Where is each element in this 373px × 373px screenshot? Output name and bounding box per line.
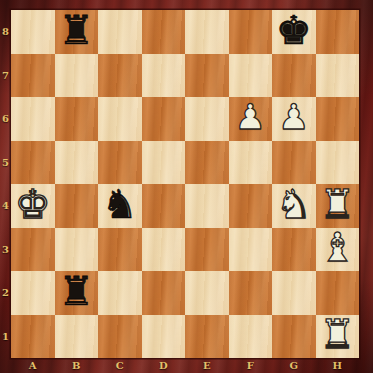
square-h5[interactable] <box>316 141 360 185</box>
square-g1[interactable] <box>272 315 316 359</box>
black-king[interactable]: ♚ <box>276 10 312 50</box>
square-f2[interactable] <box>229 271 273 315</box>
black-knight[interactable]: ♞ <box>102 184 138 224</box>
square-h3[interactable]: ♝ <box>316 228 360 272</box>
square-b2[interactable]: ♜ <box>55 271 99 315</box>
rank-coordinates: 87654321 <box>0 10 11 358</box>
square-g4[interactable]: ♞ <box>272 184 316 228</box>
square-a5[interactable] <box>11 141 55 185</box>
white-king[interactable]: ♚ <box>15 184 51 224</box>
square-c3[interactable] <box>98 228 142 272</box>
chess-board-frame: 87654321 ♜♚♟♟♚♞♞♜♝♜♜ ABCDEFGH <box>0 0 373 373</box>
square-e3[interactable] <box>185 228 229 272</box>
square-d3[interactable] <box>142 228 186 272</box>
square-c8[interactable] <box>98 10 142 54</box>
square-h1[interactable]: ♜ <box>316 315 360 359</box>
square-a1[interactable] <box>11 315 55 359</box>
square-b4[interactable] <box>55 184 99 228</box>
rank-label-1: 1 <box>0 315 11 359</box>
rank-label-7: 7 <box>0 54 11 98</box>
square-c2[interactable] <box>98 271 142 315</box>
file-label-f: F <box>229 358 273 373</box>
square-f5[interactable] <box>229 141 273 185</box>
square-d4[interactable] <box>142 184 186 228</box>
square-b3[interactable] <box>55 228 99 272</box>
white-bishop[interactable]: ♝ <box>319 228 355 268</box>
square-f4[interactable] <box>229 184 273 228</box>
square-b8[interactable]: ♜ <box>55 10 99 54</box>
square-f8[interactable] <box>229 10 273 54</box>
square-g7[interactable] <box>272 54 316 98</box>
square-d1[interactable] <box>142 315 186 359</box>
square-a8[interactable] <box>11 10 55 54</box>
square-g6[interactable]: ♟ <box>272 97 316 141</box>
chess-board: ♜♚♟♟♚♞♞♜♝♜♜ <box>11 10 359 358</box>
square-f7[interactable] <box>229 54 273 98</box>
square-e4[interactable] <box>185 184 229 228</box>
square-h2[interactable] <box>316 271 360 315</box>
square-b6[interactable] <box>55 97 99 141</box>
file-label-d: D <box>142 358 186 373</box>
square-a4[interactable]: ♚ <box>11 184 55 228</box>
square-e6[interactable] <box>185 97 229 141</box>
white-rook[interactable]: ♜ <box>319 184 355 224</box>
rank-label-3: 3 <box>0 228 11 272</box>
file-label-e: E <box>185 358 229 373</box>
square-e5[interactable] <box>185 141 229 185</box>
square-b7[interactable] <box>55 54 99 98</box>
white-pawn[interactable]: ♟ <box>235 100 266 135</box>
square-c6[interactable] <box>98 97 142 141</box>
square-c4[interactable]: ♞ <box>98 184 142 228</box>
black-rook[interactable]: ♜ <box>58 271 94 311</box>
white-rook[interactable]: ♜ <box>319 315 355 355</box>
square-e1[interactable] <box>185 315 229 359</box>
square-f3[interactable] <box>229 228 273 272</box>
square-d6[interactable] <box>142 97 186 141</box>
square-f6[interactable]: ♟ <box>229 97 273 141</box>
square-h8[interactable] <box>316 10 360 54</box>
square-f1[interactable] <box>229 315 273 359</box>
file-label-c: C <box>98 358 142 373</box>
square-h6[interactable] <box>316 97 360 141</box>
file-label-g: G <box>272 358 316 373</box>
square-d8[interactable] <box>142 10 186 54</box>
square-d7[interactable] <box>142 54 186 98</box>
rank-label-6: 6 <box>0 97 11 141</box>
square-a3[interactable] <box>11 228 55 272</box>
square-h7[interactable] <box>316 54 360 98</box>
square-g3[interactable] <box>272 228 316 272</box>
square-a7[interactable] <box>11 54 55 98</box>
square-c7[interactable] <box>98 54 142 98</box>
square-g8[interactable]: ♚ <box>272 10 316 54</box>
rank-label-2: 2 <box>0 271 11 315</box>
rank-label-5: 5 <box>0 141 11 185</box>
square-h4[interactable]: ♜ <box>316 184 360 228</box>
square-d2[interactable] <box>142 271 186 315</box>
square-b5[interactable] <box>55 141 99 185</box>
white-knight[interactable]: ♞ <box>276 184 312 224</box>
rank-label-4: 4 <box>0 184 11 228</box>
square-a2[interactable] <box>11 271 55 315</box>
file-label-h: H <box>316 358 360 373</box>
square-c5[interactable] <box>98 141 142 185</box>
square-c1[interactable] <box>98 315 142 359</box>
black-rook[interactable]: ♜ <box>58 10 94 50</box>
square-e8[interactable] <box>185 10 229 54</box>
square-d5[interactable] <box>142 141 186 185</box>
square-e2[interactable] <box>185 271 229 315</box>
file-label-b: B <box>55 358 99 373</box>
white-pawn[interactable]: ♟ <box>278 100 309 135</box>
square-a6[interactable] <box>11 97 55 141</box>
square-g2[interactable] <box>272 271 316 315</box>
square-b1[interactable] <box>55 315 99 359</box>
square-g5[interactable] <box>272 141 316 185</box>
file-label-a: A <box>11 358 55 373</box>
square-e7[interactable] <box>185 54 229 98</box>
file-coordinates: ABCDEFGH <box>11 358 359 373</box>
rank-label-8: 8 <box>0 10 11 54</box>
